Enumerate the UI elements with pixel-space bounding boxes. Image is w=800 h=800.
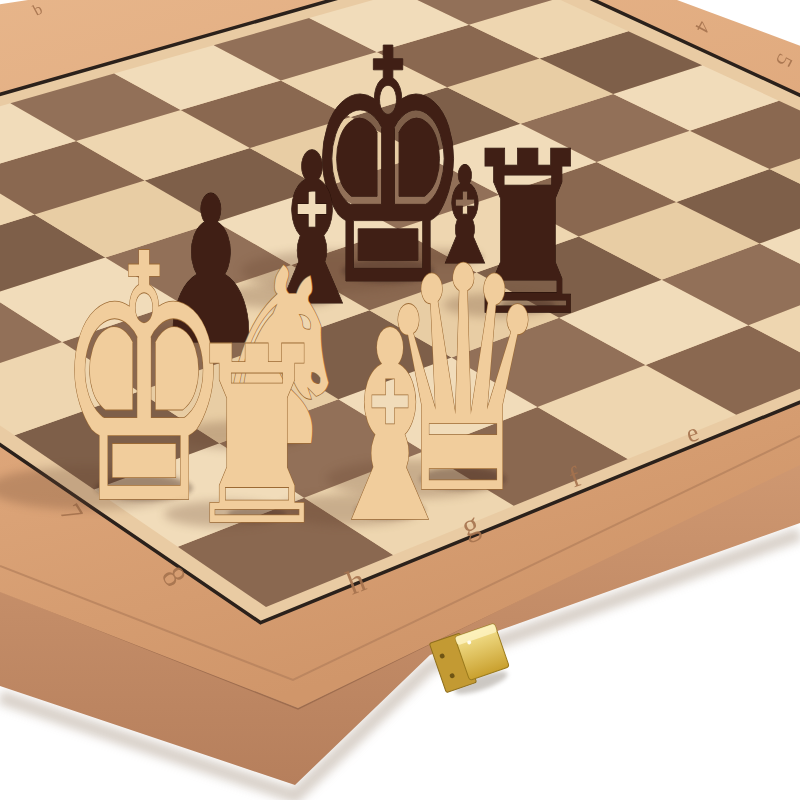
piece-white-rook-h8[interactable]: ♜ bbox=[182, 295, 331, 579]
piece-white-bishop-g8[interactable]: ♝ bbox=[317, 275, 463, 581]
chess-set-photo: Angled photo of a folding wooden chess b… bbox=[0, 0, 800, 800]
board-photo-canvas: b4578hgfe♝♚♝♜♟♞♛♚♝♜ bbox=[0, 0, 800, 800]
